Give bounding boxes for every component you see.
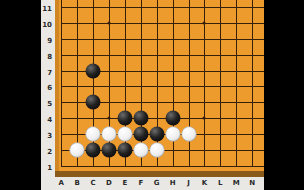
- white-stone: [86, 127, 101, 142]
- grid-line-horizontal: [61, 86, 264, 87]
- star-point: [108, 117, 111, 120]
- column-label: N: [249, 180, 255, 187]
- black-stone: [149, 127, 164, 142]
- column-label: B: [75, 180, 80, 187]
- grid-line-vertical: [220, 0, 221, 167]
- black-stone: [102, 143, 117, 158]
- column-label: D: [106, 180, 112, 187]
- column-label: L: [218, 180, 222, 187]
- row-label: 5: [47, 101, 52, 108]
- black-stone: [117, 111, 132, 126]
- grid-line-horizontal: [61, 118, 264, 119]
- white-stone: [181, 127, 196, 142]
- black-stone: [86, 143, 101, 158]
- grid-line-horizontal: [61, 23, 264, 24]
- letterbox-left: [0, 0, 41, 190]
- video-frame: 1110987654321 ABCDEFGHJKLMN: [0, 0, 304, 190]
- column-label: F: [138, 180, 143, 187]
- grid-line-horizontal: [61, 55, 264, 56]
- white-stone: [70, 143, 85, 158]
- star-point: [203, 117, 206, 120]
- row-label: 1: [47, 164, 52, 171]
- column-label: G: [154, 180, 160, 187]
- grid-line-vertical: [61, 0, 62, 167]
- star-point: [203, 21, 206, 24]
- star-point: [108, 21, 111, 24]
- row-labels: 1110987654321: [41, 0, 55, 177]
- row-label: 10: [42, 21, 52, 28]
- grid-line-vertical: [236, 0, 237, 167]
- row-label: 3: [47, 133, 52, 140]
- grid-line-vertical: [173, 0, 174, 167]
- grid-line-horizontal: [61, 166, 264, 167]
- row-label: 2: [47, 149, 52, 156]
- white-stone: [149, 143, 164, 158]
- black-stone: [117, 143, 132, 158]
- white-stone: [133, 143, 148, 158]
- row-label: 4: [47, 117, 52, 124]
- grid-line-horizontal: [61, 39, 264, 40]
- row-label: 11: [42, 5, 52, 12]
- white-stone: [165, 127, 180, 142]
- black-stone: [133, 127, 148, 142]
- column-label: M: [233, 180, 240, 187]
- white-stone: [117, 127, 132, 142]
- letterbox-right: [264, 0, 304, 190]
- grid-line-vertical: [189, 0, 190, 167]
- column-label: A: [59, 180, 64, 187]
- black-stone: [133, 111, 148, 126]
- column-label: C: [91, 180, 96, 187]
- board-surface[interactable]: [55, 0, 264, 177]
- grid-line-horizontal: [61, 7, 264, 8]
- row-label: 9: [47, 37, 52, 44]
- row-label: 6: [47, 85, 52, 92]
- board-left-shade: [55, 0, 59, 177]
- row-label: 8: [47, 53, 52, 60]
- grid-line-vertical: [204, 0, 205, 167]
- goban-panel: 1110987654321 ABCDEFGHJKLMN: [41, 0, 264, 190]
- column-labels: ABCDEFGHJKLMN: [41, 177, 264, 190]
- black-stone: [165, 111, 180, 126]
- column-label: H: [170, 180, 176, 187]
- column-label: J: [187, 180, 190, 187]
- white-stone: [102, 127, 117, 142]
- column-label: K: [202, 180, 207, 187]
- column-label: E: [122, 180, 127, 187]
- row-label: 7: [47, 69, 52, 76]
- grid-line-vertical: [252, 0, 253, 167]
- black-stone: [86, 95, 101, 110]
- black-stone: [86, 63, 101, 78]
